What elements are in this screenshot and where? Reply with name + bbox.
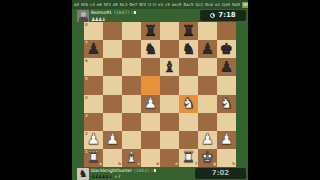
square-f6[interactable] [179, 58, 198, 76]
move-token[interactable]: Nc6 [205, 2, 213, 7]
move-token[interactable]: c5 [165, 2, 170, 7]
square-d8[interactable]: ♜ [141, 22, 160, 40]
square-h8[interactable] [217, 22, 236, 40]
square-f7[interactable]: ♞ [179, 40, 198, 58]
bottom-player-flag-icon [151, 169, 156, 173]
square-g5[interactable] [198, 76, 217, 94]
move-token[interactable]: Qc2 [195, 2, 203, 7]
square-a3[interactable]: 3 [84, 113, 103, 131]
square-g7[interactable]: ♟ [198, 40, 217, 58]
square-h1[interactable]: h [217, 149, 236, 167]
move-token[interactable]: Nc3 [120, 2, 128, 7]
move-token[interactable]: O-O [148, 2, 156, 7]
square-b3[interactable] [103, 113, 122, 131]
file-label: e [175, 162, 178, 166]
move-token[interactable]: a3 [215, 2, 220, 7]
square-c4[interactable] [122, 95, 141, 113]
square-h2[interactable]: ♟ [217, 131, 236, 149]
move-token[interactable]: Nd5 [232, 2, 240, 7]
square-c8[interactable] [122, 22, 141, 40]
piece-white-pawn[interactable]: ♟ [198, 131, 217, 149]
avatar-head-shape [81, 12, 86, 17]
piece-black-pawn[interactable]: ♟ [217, 58, 236, 76]
square-c2[interactable] [122, 131, 141, 149]
square-e2[interactable] [160, 131, 179, 149]
piece-white-pawn[interactable]: ♟ [103, 131, 122, 149]
square-f4[interactable]: ♞ [179, 95, 198, 113]
square-e8[interactable] [160, 22, 179, 40]
square-a5[interactable]: 5 [84, 76, 103, 94]
square-g1[interactable]: g♚ [198, 149, 217, 167]
square-f8[interactable]: ♜ [179, 22, 198, 40]
square-f3[interactable] [179, 113, 198, 131]
square-f5[interactable] [179, 76, 198, 94]
square-b2[interactable]: ♟ [103, 131, 122, 149]
square-a1[interactable]: 1a♜ [84, 149, 103, 167]
piece-white-rook[interactable]: ♜ [179, 149, 198, 167]
bottom-player-clock: 7:02 [195, 168, 246, 180]
chess-board: 8♜♜7♟♞♞♟♚6♝♟54♟♞♞32♟♟♟♟1a♜bc♝def♜g♚h [84, 22, 236, 167]
file-label: d [156, 162, 159, 166]
square-e7[interactable] [160, 40, 179, 58]
square-a2[interactable]: 2♟ [84, 131, 103, 149]
square-b1[interactable]: b [103, 149, 122, 167]
square-b5[interactable] [103, 76, 122, 94]
square-h3[interactable] [217, 113, 236, 131]
rank-label: 5 [85, 77, 88, 81]
bottom-clock-time: 7:02 [212, 169, 229, 177]
top-captured-pieces: ♟♟♟♝ [91, 16, 105, 22]
piece-white-pawn[interactable]: ♟ [141, 95, 160, 113]
move-token[interactable]: Bxc5 [183, 2, 193, 7]
piece-black-knight[interactable]: ♞ [141, 40, 160, 58]
move-token[interactable]: Qa5 [222, 2, 230, 7]
move-token[interactable]: d4 [74, 2, 79, 7]
square-b8[interactable] [103, 22, 122, 40]
square-c5[interactable] [122, 76, 141, 94]
square-f1[interactable]: f♜ [179, 149, 198, 167]
move-token[interactable]: c4 [90, 2, 95, 7]
piece-black-bishop[interactable]: ♝ [160, 58, 179, 76]
top-player-rating: (1847) [114, 10, 129, 15]
file-label: b [118, 162, 121, 166]
move-token[interactable]: d5 [113, 2, 118, 7]
move-list[interactable]: d4Nf6c4e6Nf3d5Nc3Be7Bf4O-Oe3c5dxc5Bxc5Qc… [72, 0, 248, 9]
square-g8[interactable] [198, 22, 217, 40]
square-e4[interactable] [160, 95, 179, 113]
square-g6[interactable] [198, 58, 217, 76]
move-token[interactable]: Nf3 [104, 2, 111, 7]
material-advantage: +2 [114, 174, 121, 179]
move-token[interactable]: Nf6 [81, 2, 88, 7]
square-b6[interactable] [103, 58, 122, 76]
top-clock-time: 7:18 [218, 11, 235, 19]
bottom-player-rating: (1802) [134, 168, 149, 173]
square-e1[interactable]: e [160, 149, 179, 167]
piece-white-rook[interactable]: ♜ [84, 149, 103, 167]
square-e5[interactable] [160, 76, 179, 94]
file-label: h [232, 162, 235, 166]
move-token[interactable]: e3 [158, 2, 163, 7]
piece-white-bishop[interactable]: ♝ [122, 149, 141, 167]
top-player-avatar[interactable] [77, 10, 89, 22]
square-g4[interactable] [198, 95, 217, 113]
piece-black-rook[interactable]: ♜ [141, 22, 160, 40]
square-d7[interactable]: ♞ [141, 40, 160, 58]
square-d2[interactable] [141, 131, 160, 149]
square-h7[interactable]: ♚ [217, 40, 236, 58]
bottom-captured-pieces: ♟♟♟♟♟♝+2 [91, 173, 121, 180]
square-d4[interactable]: ♟ [141, 95, 160, 113]
rank-label: 8 [85, 23, 88, 27]
square-b4[interactable] [103, 95, 122, 113]
square-d5[interactable] [141, 76, 160, 94]
piece-white-knight[interactable]: ♞ [179, 95, 198, 113]
move-token[interactable]: dxc5 [172, 2, 182, 7]
square-d3[interactable] [141, 113, 160, 131]
timer-icon [210, 13, 215, 18]
piece-black-pawn[interactable]: ♟ [84, 40, 103, 58]
piece-white-king[interactable]: ♚ [198, 149, 217, 167]
piece-white-pawn[interactable]: ♟ [84, 131, 103, 149]
move-token[interactable]: Bf4 [139, 2, 146, 7]
piece-white-knight[interactable]: ♞ [217, 95, 236, 113]
square-e6[interactable]: ♝ [160, 58, 179, 76]
bottom-player-avatar[interactable]: ♞ [77, 168, 89, 180]
game-panel: d4Nf6c4e6Nf3d5Nc3Be7Bf4O-Oe3c5dxc5Bxc5Qc… [72, 0, 248, 180]
square-c3[interactable] [122, 113, 141, 131]
square-a6[interactable]: 6 [84, 58, 103, 76]
square-e3[interactable] [160, 113, 179, 131]
square-g2[interactable]: ♟ [198, 131, 217, 149]
square-b7[interactable] [103, 40, 122, 58]
piece-black-rook[interactable]: ♜ [179, 22, 198, 40]
piece-black-knight[interactable]: ♞ [179, 40, 198, 58]
square-a7[interactable]: 7♟ [84, 40, 103, 58]
square-f2[interactable] [179, 131, 198, 149]
top-player-flag-icon [131, 11, 136, 15]
knight-avatar-icon: ♞ [79, 168, 88, 179]
piece-white-pawn[interactable]: ♟ [217, 131, 236, 149]
square-g3[interactable] [198, 113, 217, 131]
piece-black-pawn[interactable]: ♟ [198, 40, 217, 58]
square-c6[interactable] [122, 58, 141, 76]
rank-label: 3 [85, 114, 88, 118]
square-c7[interactable] [122, 40, 141, 58]
rank-label: 4 [85, 96, 88, 100]
piece-black-king[interactable]: ♚ [217, 40, 236, 58]
square-c1[interactable]: c♝ [122, 149, 141, 167]
square-a8[interactable]: 8 [84, 22, 103, 40]
top-player-clock: 7:18 [200, 10, 246, 21]
square-h4[interactable]: ♞ [217, 95, 236, 113]
square-d1[interactable]: d [141, 149, 160, 167]
square-h6[interactable]: ♟ [217, 58, 236, 76]
square-a4[interactable]: 4 [84, 95, 103, 113]
move-token[interactable]: e6 [97, 2, 102, 7]
move-token[interactable]: Be7 [130, 2, 138, 7]
current-move-token[interactable]: Nf4 [242, 2, 248, 8]
square-h5[interactable] [217, 76, 236, 94]
rank-label: 6 [85, 59, 88, 63]
square-d6[interactable] [141, 58, 160, 76]
